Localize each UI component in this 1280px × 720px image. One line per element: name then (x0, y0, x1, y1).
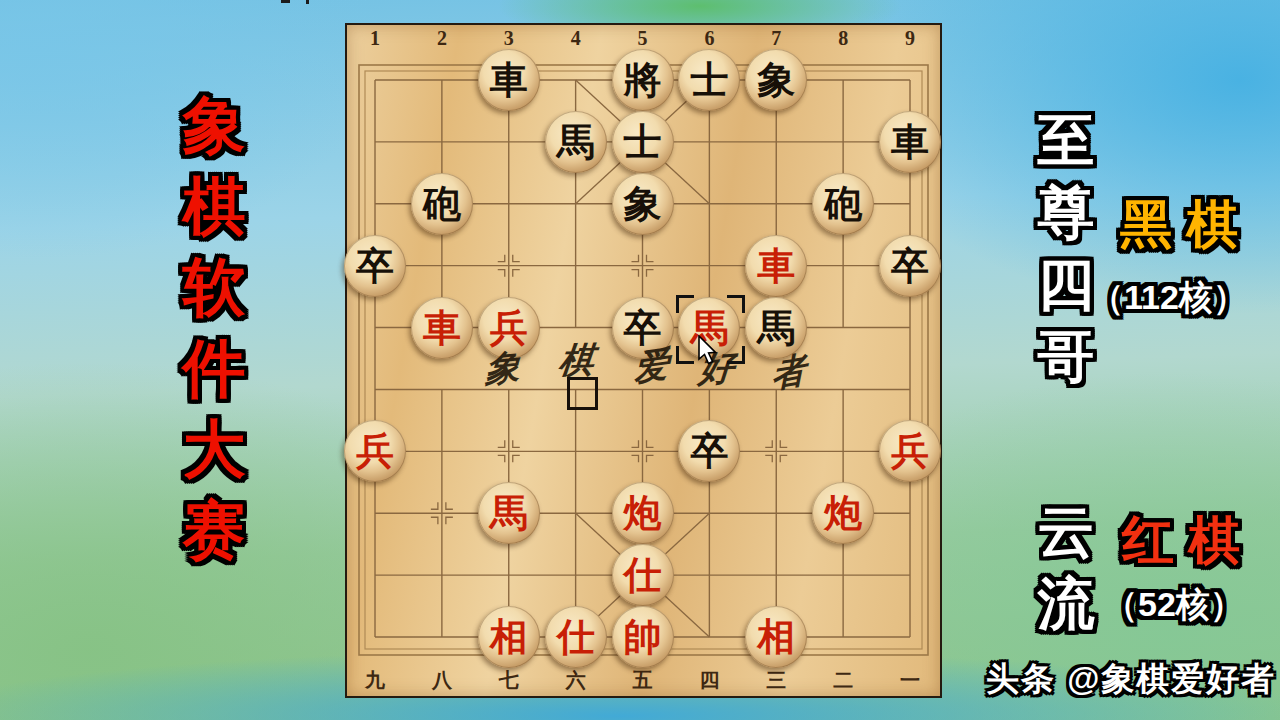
mouse-cursor-icon (697, 335, 720, 370)
piece-red-兵[interactable]: 兵 (879, 420, 941, 482)
selection-corner-br (727, 346, 745, 364)
piece-black-砲[interactable]: 砲 (812, 173, 874, 235)
piece-black-砲[interactable]: 砲 (411, 173, 473, 235)
piece-glyph: 炮 (624, 494, 662, 532)
file-number: 九 (362, 670, 388, 690)
piece-glyph: 卒 (891, 247, 929, 285)
piece-glyph: 兵 (356, 432, 394, 470)
piece-glyph: 炮 (824, 494, 862, 532)
file-number: 6 (696, 28, 722, 48)
piece-black-車[interactable]: 車 (478, 49, 540, 111)
banner-char: 软 (183, 256, 246, 319)
selection-corner-tr (727, 295, 745, 313)
banner-char: 赛 (183, 499, 246, 562)
banner-char: 棋 (183, 175, 246, 238)
top-edge-artifact (306, 0, 309, 4)
watermark-char: 棋 (557, 342, 596, 378)
piece-red-相[interactable]: 相 (745, 606, 807, 668)
file-number: 一 (897, 670, 923, 690)
piece-glyph: 卒 (356, 247, 394, 285)
watermark-char: 象 (484, 349, 520, 388)
file-number: 八 (429, 670, 455, 690)
piece-black-象[interactable]: 象 (745, 49, 807, 111)
piece-glyph: 兵 (490, 309, 528, 347)
file-number: 三 (763, 670, 789, 690)
piece-glyph: 仕 (557, 618, 595, 656)
file-number: 六 (563, 670, 589, 690)
piece-black-將[interactable]: 將 (612, 49, 674, 111)
red-cores: （52核） (1104, 587, 1244, 621)
piece-red-帥[interactable]: 帥 (612, 606, 674, 668)
piece-black-士[interactable]: 士 (612, 111, 674, 173)
file-number: 9 (897, 28, 923, 48)
xiangqi-board[interactable]: 123456789 九八七六五四三二一 車將士象馬士車砲象砲卒車卒車兵卒馬馬兵卒… (345, 23, 942, 698)
file-number: 五 (630, 670, 656, 690)
piece-glyph: 兵 (891, 432, 929, 470)
piece-glyph: 車 (490, 61, 528, 99)
file-number: 8 (830, 28, 856, 48)
piece-glyph: 帥 (624, 618, 662, 656)
piece-red-炮[interactable]: 炮 (612, 482, 674, 544)
piece-black-象[interactable]: 象 (612, 173, 674, 235)
red-player-name: 云流 (1037, 503, 1095, 647)
banner-char: 大 (183, 418, 246, 481)
black-cores: （112核） (1090, 280, 1247, 314)
file-number: 1 (362, 28, 388, 48)
file-number: 二 (830, 670, 856, 690)
piece-glyph: 將 (624, 61, 662, 99)
watermark-char: 爱 (634, 346, 669, 386)
piece-red-相[interactable]: 相 (478, 606, 540, 668)
top-edge-artifact (281, 0, 290, 3)
credit-watermark: 头条 @象棋爱好者 (986, 662, 1276, 695)
player-name-char: 流 (1038, 575, 1095, 632)
piece-glyph: 砲 (824, 185, 862, 223)
file-number: 7 (763, 28, 789, 48)
piece-glyph: 卒 (690, 432, 728, 470)
piece-glyph: 車 (423, 309, 461, 347)
video-frame: 象棋软件大赛 123456789 九八七六五四三二一 車將士象馬士車砲象砲卒車卒… (0, 0, 1280, 720)
player-name-char: 四 (1038, 256, 1095, 313)
piece-glyph: 馬 (757, 309, 795, 347)
watermark-square (567, 377, 598, 410)
file-number: 3 (496, 28, 522, 48)
piece-red-仕[interactable]: 仕 (545, 606, 607, 668)
banner-char: 象 (183, 94, 246, 157)
file-number: 5 (630, 28, 656, 48)
piece-black-馬[interactable]: 馬 (545, 111, 607, 173)
black-side-label: 黑棋 (1120, 198, 1252, 250)
piece-red-炮[interactable]: 炮 (812, 482, 874, 544)
piece-black-士[interactable]: 士 (678, 49, 740, 111)
piece-glyph: 象 (757, 61, 795, 99)
left-banner-title: 象棋软件大赛 (181, 94, 247, 580)
banner-char: 件 (183, 337, 246, 400)
player-name-char: 云 (1038, 503, 1095, 560)
piece-glyph: 相 (490, 618, 528, 656)
piece-red-馬[interactable]: 馬 (478, 482, 540, 544)
piece-red-兵[interactable]: 兵 (344, 420, 406, 482)
piece-glyph: 象 (624, 185, 662, 223)
piece-red-車[interactable]: 車 (745, 235, 807, 297)
piece-black-卒[interactable]: 卒 (879, 235, 941, 297)
piece-black-車[interactable]: 車 (879, 111, 941, 173)
selection-corner-tl (676, 295, 694, 313)
player-name-char: 尊 (1038, 184, 1095, 241)
piece-glyph: 仕 (624, 556, 662, 594)
piece-glyph: 卒 (624, 309, 662, 347)
piece-red-車[interactable]: 車 (411, 297, 473, 359)
piece-red-仕[interactable]: 仕 (612, 544, 674, 606)
piece-glyph: 士 (690, 61, 728, 99)
piece-glyph: 馬 (557, 123, 595, 161)
watermark-char: 者 (771, 352, 807, 393)
piece-black-馬[interactable]: 馬 (745, 297, 807, 359)
piece-black-卒[interactable]: 卒 (344, 235, 406, 297)
file-number: 四 (696, 670, 722, 690)
file-number: 4 (563, 28, 589, 48)
file-number: 2 (429, 28, 455, 48)
piece-glyph: 馬 (490, 494, 528, 532)
red-side-label: 红棋 (1122, 514, 1254, 566)
file-number: 七 (496, 670, 522, 690)
piece-glyph: 士 (624, 123, 662, 161)
piece-glyph: 車 (891, 123, 929, 161)
player-name-char: 至 (1038, 112, 1095, 169)
piece-glyph: 相 (757, 618, 795, 656)
black-player-name: 至尊四哥 (1037, 112, 1095, 400)
player-name-char: 哥 (1038, 328, 1095, 385)
piece-glyph: 車 (757, 247, 795, 285)
selection-corner-bl (676, 346, 694, 364)
piece-glyph: 砲 (423, 185, 461, 223)
